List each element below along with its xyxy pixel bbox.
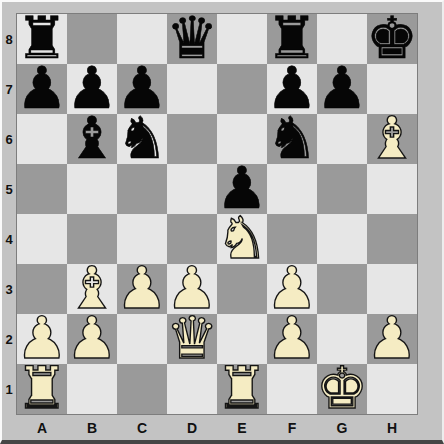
rank-label-4: 4: [2, 214, 16, 264]
file-label-f: F: [267, 416, 317, 440]
square-d5[interactable]: [167, 164, 217, 214]
square-e4[interactable]: ♞: [217, 214, 267, 264]
square-g1[interactable]: ♚: [317, 364, 367, 414]
rank-label-2: 2: [2, 314, 16, 364]
white-queen-d2[interactable]: ♛: [166, 309, 218, 367]
file-label-b: B: [67, 416, 117, 440]
black-pawn-a7[interactable]: ♟: [16, 59, 68, 117]
square-e8[interactable]: [217, 14, 267, 64]
square-g4[interactable]: [317, 214, 367, 264]
square-a5[interactable]: [17, 164, 67, 214]
square-h4[interactable]: [367, 214, 417, 264]
file-label-c: C: [117, 416, 167, 440]
chess-diagram-window: ♜♛♜♚♟♟♟♟♟♝♞♞♝♟♞♝♟♟♟♟♟♛♟♟♜♜♚ 87654321 ABC…: [0, 0, 444, 444]
square-d6[interactable]: [167, 114, 217, 164]
rank-label-6: 6: [2, 114, 16, 164]
square-g7[interactable]: ♟: [317, 64, 367, 114]
rank-label-5: 5: [2, 164, 16, 214]
white-bishop-h6[interactable]: ♝: [366, 109, 418, 167]
rank-label-8: 8: [2, 14, 16, 64]
rank-label-7: 7: [2, 64, 16, 114]
square-f2[interactable]: ♟: [267, 314, 317, 364]
chess-board: ♜♛♜♚♟♟♟♟♟♝♞♞♝♟♞♝♟♟♟♟♟♛♟♟♜♜♚: [16, 13, 418, 415]
square-b2[interactable]: ♟: [67, 314, 117, 364]
square-c1[interactable]: [117, 364, 167, 414]
white-pawn-c3[interactable]: ♟: [116, 259, 168, 317]
black-king-h8[interactable]: ♚: [366, 9, 418, 67]
square-a7[interactable]: ♟: [17, 64, 67, 114]
square-h8[interactable]: ♚: [367, 14, 417, 64]
white-rook-e1[interactable]: ♜: [216, 359, 268, 417]
white-rook-a1[interactable]: ♜: [16, 359, 68, 417]
file-label-e: E: [217, 416, 267, 440]
square-d8[interactable]: ♛: [167, 14, 217, 64]
white-pawn-b2[interactable]: ♟: [66, 309, 118, 367]
square-b6[interactable]: ♝: [67, 114, 117, 164]
white-pawn-h2[interactable]: ♟: [366, 309, 418, 367]
square-h6[interactable]: ♝: [367, 114, 417, 164]
white-pawn-f2[interactable]: ♟: [266, 309, 318, 367]
file-label-h: H: [367, 416, 417, 440]
white-knight-e4[interactable]: ♞: [216, 209, 268, 267]
square-a4[interactable]: [17, 214, 67, 264]
square-c6[interactable]: ♞: [117, 114, 167, 164]
black-queen-d8[interactable]: ♛: [166, 9, 218, 67]
square-g5[interactable]: [317, 164, 367, 214]
black-pawn-g7[interactable]: ♟: [316, 59, 368, 117]
square-c3[interactable]: ♟: [117, 264, 167, 314]
rank-label-3: 3: [2, 264, 16, 314]
file-label-g: G: [317, 416, 367, 440]
file-label-a: A: [17, 416, 67, 440]
black-knight-f6[interactable]: ♞: [266, 109, 318, 167]
black-bishop-b6[interactable]: ♝: [66, 109, 118, 167]
square-e7[interactable]: [217, 64, 267, 114]
square-e1[interactable]: ♜: [217, 364, 267, 414]
square-a1[interactable]: ♜: [17, 364, 67, 414]
rank-label-1: 1: [2, 364, 16, 414]
black-knight-c6[interactable]: ♞: [116, 109, 168, 167]
white-king-g1[interactable]: ♚: [316, 359, 368, 417]
square-g3[interactable]: [317, 264, 367, 314]
square-d2[interactable]: ♛: [167, 314, 217, 364]
square-h2[interactable]: ♟: [367, 314, 417, 364]
square-f6[interactable]: ♞: [267, 114, 317, 164]
file-label-d: D: [167, 416, 217, 440]
